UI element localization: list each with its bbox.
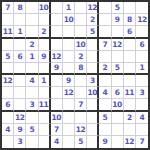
cell-r11c6[interactable] [63,124,75,136]
cell-r10c11: 2 [124,112,136,124]
cell-r10c3[interactable] [26,112,38,124]
cell-r1c4: 10 [39,2,51,14]
cell-r12c12: 7 [136,136,148,148]
cell-r11c1: 4 [2,124,14,136]
cell-r3c9[interactable] [99,26,111,38]
cell-r4c12: 6 [136,39,148,51]
cell-r5c1: 5 [2,51,14,63]
cell-r7c3: 4 [26,75,38,87]
cell-r3c6[interactable] [63,26,75,38]
cell-r4c11[interactable] [124,39,136,51]
cell-r9c5[interactable] [51,99,63,111]
cell-r5c4: 9 [39,51,51,63]
cell-r5c6[interactable] [63,51,75,63]
cell-r8c11: 11 [124,87,136,99]
cell-r6c7: 8 [75,63,87,75]
cell-r8c4[interactable] [39,87,51,99]
cell-r7c11[interactable] [124,75,136,87]
cell-r5c11[interactable] [124,51,136,63]
cell-r12c8[interactable] [87,136,99,148]
cell-r1c5[interactable] [51,2,63,14]
cell-r10c6[interactable] [63,112,75,124]
cell-r12c7: 5 [75,136,87,148]
cell-r3c1: 11 [2,26,14,38]
cell-r5c9[interactable] [99,51,111,63]
cell-r4c3: 2 [26,39,38,51]
cell-r3c11: 6 [124,26,136,38]
sudoku-board: 7810112510298121112562107126561912298251… [0,0,150,150]
cell-r2c9[interactable] [99,14,111,26]
cell-r2c5[interactable] [51,14,63,26]
cell-r8c2[interactable] [14,87,26,99]
cell-r6c5: 9 [51,63,63,75]
cell-r7c4: 1 [39,75,51,87]
cell-r5c12[interactable] [136,51,148,63]
cell-r10c5: 10 [51,112,63,124]
cell-r7c2[interactable] [14,75,26,87]
sudoku-screenshot: 7810112510298121112562107126561912298251… [0,0,150,150]
cell-r6c4[interactable] [39,63,51,75]
cell-r12c4[interactable] [39,136,51,148]
cell-r2c10: 9 [112,14,124,26]
cell-r8c1[interactable] [2,87,14,99]
cell-r11c3: 5 [26,124,38,136]
cell-r9c8[interactable] [87,99,99,111]
cell-r8c3[interactable] [26,87,38,99]
cell-r10c10[interactable] [112,112,124,124]
cell-r5c8[interactable] [87,51,99,63]
cell-r4c10: 12 [112,39,124,51]
cell-r10c9: 5 [99,112,111,124]
cell-r11c10[interactable] [112,124,124,136]
cell-r11c12[interactable] [136,124,148,136]
cell-r7c1: 12 [2,75,14,87]
cell-r3c5[interactable] [51,26,63,38]
cell-r6c9: 2 [99,63,111,75]
cell-r9c7: 7 [75,99,87,111]
cell-r3c3[interactable] [26,26,38,38]
cell-r5c3: 1 [26,51,38,63]
cell-r4c6[interactable] [63,39,75,51]
cell-r11c7: 12 [75,124,87,136]
cell-r6c1[interactable] [2,63,14,75]
cell-r11c8[interactable] [87,124,99,136]
cell-r2c11: 8 [124,14,136,26]
cell-r6c3[interactable] [26,63,38,75]
cell-r1c9[interactable] [99,2,111,14]
cell-r7c7[interactable] [75,75,87,87]
cell-r8c7[interactable] [75,87,87,99]
cell-r12c6[interactable] [63,136,75,148]
cell-r12c5: 4 [51,136,63,148]
cell-r2c2[interactable] [14,14,26,26]
cell-r9c6[interactable] [63,99,75,111]
cell-r5c10[interactable] [112,51,124,63]
cell-r11c4[interactable] [39,124,51,136]
cell-r1c1: 7 [2,2,14,14]
cell-r6c8[interactable] [87,63,99,75]
cell-r7c6: 9 [63,75,75,87]
cell-r7c10[interactable] [112,75,124,87]
cell-r11c2: 9 [14,124,26,136]
cell-r12c2: 3 [14,136,26,148]
cell-r6c6[interactable] [63,63,75,75]
cell-r4c4[interactable] [39,39,51,51]
cell-r8c9: 4 [99,87,111,99]
cell-r4c8[interactable] [87,39,99,51]
cell-r8c8: 10 [87,87,99,99]
cell-r4c2[interactable] [14,39,26,51]
cell-r9c1: 6 [2,99,14,111]
cell-r1c10: 5 [112,2,124,14]
cell-r9c12[interactable] [136,99,148,111]
cell-r11c9[interactable] [99,124,111,136]
cell-r5c2: 6 [14,51,26,63]
cell-r2c8: 2 [87,14,99,26]
cell-r2c3[interactable] [26,14,38,26]
cell-r3c8: 5 [87,26,99,38]
cell-r1c8: 12 [87,2,99,14]
cell-r5c5: 12 [51,51,63,63]
cell-r10c12: 4 [136,112,148,124]
cell-r8c5[interactable] [51,87,63,99]
cell-r8c6: 12 [63,87,75,99]
cell-r12c1[interactable] [2,136,14,148]
cell-r9c3: 3 [26,99,38,111]
cell-r7c9[interactable] [99,75,111,87]
cell-r2c7[interactable] [75,14,87,26]
cell-r5c7: 2 [75,51,87,63]
cell-r10c1[interactable] [2,112,14,124]
cell-r6c10: 5 [112,63,124,75]
cell-r8c12: 3 [136,87,148,99]
cell-r6c12: 1 [136,63,148,75]
cell-r10c2: 12 [14,112,26,124]
cell-r7c5[interactable] [51,75,63,87]
cell-r10c8[interactable] [87,112,99,124]
cell-r1c3[interactable] [26,2,38,14]
cell-r4c7: 10 [75,39,87,51]
cell-r9c2[interactable] [14,99,26,111]
cell-r2c4[interactable] [39,14,51,26]
cell-r3c12[interactable] [136,26,148,38]
cell-r4c1[interactable] [2,39,14,51]
cell-r12c11: 12 [124,136,136,148]
cell-r6c11[interactable] [124,63,136,75]
cell-r10c4[interactable] [39,112,51,124]
cell-r1c6: 1 [63,2,75,14]
cell-r11c5: 7 [51,124,63,136]
cell-r3c2: 1 [14,26,26,38]
cell-r7c12[interactable] [136,75,148,87]
cell-r9c4: 11 [39,99,51,111]
cell-r4c5[interactable] [51,39,63,51]
cell-r12c3[interactable] [26,136,38,148]
cell-r11c11[interactable] [124,124,136,136]
cell-r10c7[interactable] [75,112,87,124]
cell-r4c9: 7 [99,39,111,51]
cell-r9c9[interactable] [99,99,111,111]
cell-r1c7[interactable] [75,2,87,14]
cell-r3c10[interactable] [112,26,124,38]
cell-r6c2[interactable] [14,63,26,75]
cell-r12c10[interactable] [112,136,124,148]
cell-r1c12[interactable] [136,2,148,14]
cell-r3c4: 2 [39,26,51,38]
cell-r2c1[interactable] [2,14,14,26]
cell-r2c6: 10 [63,14,75,26]
cell-r9c10: 10 [112,99,124,111]
cell-r12c9: 9 [99,136,111,148]
cell-r8c10: 6 [112,87,124,99]
cell-r1c2: 8 [14,2,26,14]
cell-r7c8: 3 [87,75,99,87]
cell-r9c11[interactable] [124,99,136,111]
cell-r3c7[interactable] [75,26,87,38]
cell-r1c11[interactable] [124,2,136,14]
cell-r2c12: 12 [136,14,148,26]
